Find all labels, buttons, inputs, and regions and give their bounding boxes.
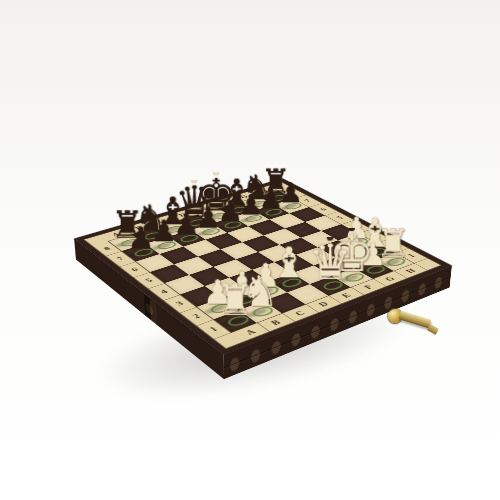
crown-accent	[192, 177, 198, 183]
crown-accent	[213, 169, 219, 175]
clasp-tongue	[398, 311, 431, 329]
chess-set-photo: ♜♞♝♛♚♝♞♜♟♟♟♟♟♟♟♟♜♞♛♚♟♜♟♟♟♝♟♝♟ AA11BB22CC…	[0, 0, 500, 500]
clasp-tip	[427, 324, 439, 335]
pawn-glyph: ♟	[127, 223, 154, 253]
queen-glyph: ♛	[308, 238, 352, 287]
rook-glyph: ♜	[216, 279, 255, 322]
brass-clasp	[382, 302, 444, 344]
